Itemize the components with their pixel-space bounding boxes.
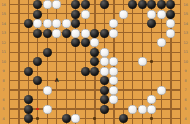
board-intersection[interactable]	[61, 85, 71, 95]
go-board[interactable]: A	[4, 0, 185, 123]
black-stone	[71, 19, 80, 28]
board-intersection[interactable]	[118, 0, 128, 9]
board-intersection[interactable]	[128, 104, 138, 114]
board-intersection[interactable]	[42, 38, 52, 48]
white-stone	[109, 86, 118, 95]
board-intersection[interactable]	[33, 38, 43, 48]
board-intersection[interactable]	[42, 76, 52, 86]
board-intersection[interactable]	[128, 0, 138, 9]
board-intersection[interactable]	[42, 114, 52, 124]
board-intersection[interactable]	[156, 47, 166, 57]
black-stone	[138, 0, 147, 9]
board-intersection[interactable]	[175, 66, 185, 76]
star-point	[150, 60, 152, 62]
board-intersection[interactable]	[4, 104, 14, 114]
board-intersection[interactable]	[52, 114, 62, 124]
board-intersection[interactable]	[4, 95, 14, 105]
board-intersection[interactable]	[118, 76, 128, 86]
board-intersection[interactable]	[156, 104, 166, 114]
board-intersection[interactable]	[42, 66, 52, 76]
board-intersection[interactable]	[118, 104, 128, 114]
board-intersection[interactable]	[90, 66, 100, 76]
board-intersection[interactable]	[42, 28, 52, 38]
board-intersection[interactable]	[137, 114, 147, 124]
board-intersection[interactable]	[71, 47, 81, 57]
board-intersection[interactable]	[128, 47, 138, 57]
board-intersection[interactable]	[52, 95, 62, 105]
board-intersection[interactable]	[99, 66, 109, 76]
board-intersection[interactable]	[166, 76, 176, 86]
board-intersection[interactable]	[23, 85, 33, 95]
board-intersection[interactable]	[90, 114, 100, 124]
board-intersection[interactable]	[109, 104, 119, 114]
board-intersection[interactable]	[71, 104, 81, 114]
board-intersection[interactable]	[42, 57, 52, 67]
black-stone	[81, 0, 90, 9]
board-intersection[interactable]	[61, 66, 71, 76]
board-intersection[interactable]	[90, 28, 100, 38]
white-stone	[147, 95, 156, 104]
board-intersection[interactable]	[147, 104, 157, 114]
board-intersection[interactable]	[99, 47, 109, 57]
board-intersection[interactable]	[109, 66, 119, 76]
board-intersection[interactable]	[109, 95, 119, 105]
board-intersection[interactable]	[61, 47, 71, 57]
black-stone	[62, 29, 71, 38]
board-intersection[interactable]	[175, 47, 185, 57]
board-intersection[interactable]	[118, 47, 128, 57]
board-intersection[interactable]	[99, 104, 109, 114]
white-stone	[147, 105, 156, 114]
board-intersection[interactable]	[109, 47, 119, 57]
board-intersection[interactable]	[156, 85, 166, 95]
board-intersection[interactable]	[166, 9, 176, 19]
board-intersection[interactable]	[137, 38, 147, 48]
board-intersection[interactable]	[52, 19, 62, 29]
board-intersection[interactable]	[71, 114, 81, 124]
board-intersection[interactable]	[137, 9, 147, 19]
black-stone	[100, 95, 109, 104]
board-intersection[interactable]	[42, 0, 52, 9]
board-intersection[interactable]	[128, 85, 138, 95]
board-intersection[interactable]	[90, 76, 100, 86]
board-intersection[interactable]	[109, 76, 119, 86]
board-intersection[interactable]	[166, 38, 176, 48]
white-stone	[81, 29, 90, 38]
board-intersection[interactable]	[14, 76, 24, 86]
board-intersection[interactable]	[61, 104, 71, 114]
black-stone	[166, 10, 175, 19]
board-intersection[interactable]	[33, 0, 43, 9]
board-intersection[interactable]	[14, 66, 24, 76]
board-intersection[interactable]	[156, 114, 166, 124]
black-stone	[119, 114, 128, 123]
white-stone	[119, 10, 128, 19]
white-stone	[109, 95, 118, 104]
white-stone	[157, 10, 166, 19]
board-intersection[interactable]	[4, 57, 14, 67]
board-intersection[interactable]	[166, 0, 176, 9]
board-intersection[interactable]	[23, 19, 33, 29]
black-stone	[166, 0, 175, 9]
board-intersection[interactable]	[33, 85, 43, 95]
board-intersection[interactable]	[4, 0, 14, 9]
black-stone	[81, 38, 90, 47]
board-intersection[interactable]	[175, 57, 185, 67]
board-intersection[interactable]	[4, 114, 14, 124]
board-intersection[interactable]	[99, 0, 109, 9]
board-intersection[interactable]	[147, 19, 157, 29]
board-intersection[interactable]	[80, 47, 90, 57]
board-intersection[interactable]	[52, 66, 62, 76]
board-intersection[interactable]	[14, 28, 24, 38]
board-intersection[interactable]	[175, 9, 185, 19]
board-intersection[interactable]	[99, 95, 109, 105]
board-intersection[interactable]	[80, 95, 90, 105]
board-intersection[interactable]	[99, 114, 109, 124]
white-stone	[157, 38, 166, 47]
board-intersection[interactable]	[99, 85, 109, 95]
white-stone	[109, 67, 118, 76]
board-intersection[interactable]: A	[52, 76, 62, 86]
board-intersection[interactable]	[52, 28, 62, 38]
board-intersection[interactable]	[147, 28, 157, 38]
board-intersection[interactable]	[61, 95, 71, 105]
board-intersection[interactable]	[14, 114, 24, 124]
board-intersection[interactable]	[23, 114, 33, 124]
board-intersection[interactable]	[90, 85, 100, 95]
white-stone	[100, 57, 109, 66]
board-intersection[interactable]	[118, 95, 128, 105]
board-intersection[interactable]	[166, 47, 176, 57]
board-intersection[interactable]	[4, 66, 14, 76]
board-intersection[interactable]	[118, 28, 128, 38]
board-intersection[interactable]	[61, 0, 71, 9]
board-intersection[interactable]	[42, 47, 52, 57]
board-intersection[interactable]	[4, 85, 14, 95]
board-intersection[interactable]	[137, 104, 147, 114]
board-intersection[interactable]	[128, 38, 138, 48]
board-intersection[interactable]	[90, 0, 100, 9]
board-intersection[interactable]	[23, 76, 33, 86]
board-intersection[interactable]	[42, 19, 52, 29]
white-stone	[43, 0, 52, 9]
board-intersection[interactable]	[23, 38, 33, 48]
board-intersection[interactable]	[80, 19, 90, 29]
board-intersection[interactable]	[23, 47, 33, 57]
board-intersection[interactable]	[4, 9, 14, 19]
board-intersection[interactable]	[23, 95, 33, 105]
board-intersection[interactable]	[118, 66, 128, 76]
go-board-screenshot: 16151413121110987654 1615141312111098765…	[0, 0, 190, 124]
board-intersection[interactable]	[42, 104, 52, 114]
board-intersection[interactable]	[61, 114, 71, 124]
board-intersection[interactable]	[156, 76, 166, 86]
board-intersection[interactable]	[80, 38, 90, 48]
board-intersection[interactable]	[14, 47, 24, 57]
board-intersection[interactable]	[52, 38, 62, 48]
board-intersection[interactable]	[156, 57, 166, 67]
board-intersection[interactable]	[4, 19, 14, 29]
board-intersection[interactable]	[109, 19, 119, 29]
board-intersection[interactable]	[61, 38, 71, 48]
board-intersection[interactable]	[80, 76, 90, 86]
board-intersection[interactable]	[33, 66, 43, 76]
board-intersection[interactable]	[80, 66, 90, 76]
board-intersection[interactable]	[90, 95, 100, 105]
board-intersection[interactable]	[33, 104, 43, 114]
board-intersection[interactable]	[4, 38, 14, 48]
board-intersection[interactable]	[166, 19, 176, 29]
board-intersection[interactable]	[23, 66, 33, 76]
board-intersection[interactable]	[33, 76, 43, 86]
board-intersection[interactable]	[14, 0, 24, 9]
board-intersection[interactable]	[52, 57, 62, 67]
board-intersection[interactable]	[99, 9, 109, 19]
board-intersection[interactable]	[80, 85, 90, 95]
board-intersection[interactable]	[33, 47, 43, 57]
board-intersection[interactable]	[147, 9, 157, 19]
board-intersection[interactable]	[118, 85, 128, 95]
board-intersection[interactable]	[147, 114, 157, 124]
board-intersection[interactable]	[128, 28, 138, 38]
board-intersection[interactable]	[14, 9, 24, 19]
white-stone	[109, 19, 118, 28]
black-stone	[90, 29, 99, 38]
black-stone	[100, 0, 109, 9]
board-intersection[interactable]	[118, 114, 128, 124]
board-intersection[interactable]	[156, 19, 166, 29]
board-intersection[interactable]	[42, 95, 52, 105]
board-intersection[interactable]	[128, 66, 138, 76]
board-intersection[interactable]	[71, 38, 81, 48]
board-intersection[interactable]	[109, 38, 119, 48]
board-intersection[interactable]	[80, 104, 90, 114]
board-intersection[interactable]	[128, 114, 138, 124]
board-intersection[interactable]	[166, 85, 176, 95]
board-intersection[interactable]	[109, 57, 119, 67]
white-stone	[138, 57, 147, 66]
board-intersection[interactable]	[90, 47, 100, 57]
board-intersection[interactable]	[156, 28, 166, 38]
board-intersection[interactable]	[156, 66, 166, 76]
black-stone	[147, 19, 156, 28]
board-intersection[interactable]	[175, 38, 185, 48]
board-intersection[interactable]	[23, 104, 33, 114]
board-intersection[interactable]	[147, 95, 157, 105]
star-point	[93, 117, 95, 119]
black-stone	[71, 0, 80, 9]
board-intersection[interactable]	[156, 0, 166, 9]
white-stone	[109, 76, 118, 85]
board-intersection[interactable]	[128, 19, 138, 29]
board-intersection[interactable]	[23, 0, 33, 9]
board-intersection[interactable]	[33, 114, 43, 124]
black-stone	[157, 0, 166, 9]
board-intersection[interactable]	[61, 9, 71, 19]
board-intersection[interactable]	[156, 9, 166, 19]
board-intersection[interactable]	[80, 9, 90, 19]
board-intersection[interactable]	[147, 0, 157, 9]
board-intersection[interactable]	[90, 9, 100, 19]
board-intersection[interactable]	[99, 19, 109, 29]
board-intersection[interactable]	[156, 95, 166, 105]
board-intersection[interactable]	[80, 114, 90, 124]
black-stone	[24, 105, 33, 114]
board-intersection[interactable]	[147, 85, 157, 95]
board-intersection[interactable]	[42, 9, 52, 19]
white-stone	[128, 105, 137, 114]
board-intersection[interactable]	[109, 0, 119, 9]
board-intersection[interactable]	[118, 38, 128, 48]
board-intersection[interactable]	[71, 76, 81, 86]
board-intersection[interactable]	[52, 104, 62, 114]
board-intersection[interactable]	[175, 85, 185, 95]
board-intersection[interactable]	[137, 28, 147, 38]
board-intersection[interactable]	[33, 28, 43, 38]
board-intersection[interactable]	[42, 85, 52, 95]
board-intersection[interactable]	[90, 38, 100, 48]
board-intersection[interactable]	[128, 57, 138, 67]
board-intersection[interactable]	[109, 85, 119, 95]
board-intersection[interactable]	[71, 28, 81, 38]
board-intersection[interactable]	[61, 19, 71, 29]
board-intersection[interactable]	[14, 104, 24, 114]
white-stone	[71, 114, 80, 123]
board-intersection[interactable]	[71, 19, 81, 29]
board-intersection[interactable]	[147, 66, 157, 76]
board-intersection[interactable]	[137, 95, 147, 105]
board-intersection[interactable]	[175, 114, 185, 124]
white-stone	[62, 19, 71, 28]
board-intersection[interactable]	[137, 76, 147, 86]
board-intersection[interactable]	[147, 47, 157, 57]
board-intersection[interactable]	[71, 0, 81, 9]
board-intersection[interactable]	[147, 57, 157, 67]
black-stone	[43, 48, 52, 57]
board-intersection[interactable]	[166, 57, 176, 67]
board-intersection[interactable]	[128, 76, 138, 86]
board-intersection[interactable]	[166, 66, 176, 76]
black-stone	[33, 76, 42, 85]
board-intersection[interactable]	[61, 28, 71, 38]
black-stone	[24, 95, 33, 104]
board-intersection[interactable]	[14, 85, 24, 95]
black-stone	[100, 86, 109, 95]
board-intersection[interactable]	[175, 0, 185, 9]
board-intersection[interactable]	[33, 19, 43, 29]
board-intersection[interactable]	[118, 9, 128, 19]
board-intersection[interactable]	[90, 104, 100, 114]
board-intersection[interactable]	[71, 95, 81, 105]
black-stone	[81, 67, 90, 76]
board-intersection[interactable]	[23, 57, 33, 67]
board-intersection[interactable]	[71, 66, 81, 76]
board-intersection[interactable]	[52, 0, 62, 9]
board-intersection[interactable]	[166, 95, 176, 105]
board-intersection[interactable]	[23, 9, 33, 19]
black-stone	[33, 57, 42, 66]
board-intersection[interactable]	[14, 95, 24, 105]
board-intersection[interactable]	[4, 28, 14, 38]
white-stone	[43, 105, 52, 114]
board-intersection[interactable]	[71, 85, 81, 95]
board-intersection[interactable]	[118, 19, 128, 29]
board-intersection[interactable]	[33, 95, 43, 105]
board-intersection[interactable]	[99, 76, 109, 86]
black-stone	[62, 114, 71, 123]
board-intersection[interactable]	[33, 9, 43, 19]
board-intersection[interactable]	[4, 76, 14, 86]
board-intersection[interactable]	[99, 57, 109, 67]
board-intersection[interactable]	[23, 28, 33, 38]
black-stone	[33, 10, 42, 19]
board-intersection[interactable]	[109, 114, 119, 124]
board-intersection[interactable]	[175, 28, 185, 38]
white-stone	[43, 19, 52, 28]
board-intersection[interactable]	[4, 47, 14, 57]
board-intersection[interactable]	[137, 19, 147, 29]
board-intersection[interactable]	[109, 9, 119, 19]
black-stone	[90, 48, 99, 57]
board-intersection[interactable]	[137, 57, 147, 67]
black-stone	[33, 29, 42, 38]
star-point	[150, 117, 152, 119]
board-intersection[interactable]	[61, 57, 71, 67]
black-stone	[24, 114, 33, 123]
white-stone	[81, 10, 90, 19]
board-intersection[interactable]	[52, 47, 62, 57]
board-intersection[interactable]	[80, 0, 90, 9]
board-intersection[interactable]	[14, 57, 24, 67]
board-intersection[interactable]	[118, 57, 128, 67]
board-intersection[interactable]	[33, 57, 43, 67]
board-intersection[interactable]	[99, 38, 109, 48]
board-intersection[interactable]	[166, 28, 176, 38]
white-stone	[109, 57, 118, 66]
board-intersection[interactable]	[137, 85, 147, 95]
board-intersection[interactable]	[109, 28, 119, 38]
board-intersection[interactable]	[99, 28, 109, 38]
board-intersection[interactable]	[166, 114, 176, 124]
board-intersection[interactable]	[128, 95, 138, 105]
board-intersection[interactable]	[71, 9, 81, 19]
board-intersection[interactable]	[175, 95, 185, 105]
board-intersection[interactable]	[128, 9, 138, 19]
board-intersection[interactable]	[52, 85, 62, 95]
board-intersection[interactable]	[147, 76, 157, 86]
board-intersection[interactable]	[90, 57, 100, 67]
board-intersection[interactable]	[14, 38, 24, 48]
board-intersection[interactable]	[175, 76, 185, 86]
board-intersection[interactable]	[175, 104, 185, 114]
board-intersection[interactable]	[137, 66, 147, 76]
board-intersection[interactable]	[80, 57, 90, 67]
board-intersection[interactable]	[147, 38, 157, 48]
board-intersection[interactable]	[14, 19, 24, 29]
board-intersection[interactable]	[137, 0, 147, 9]
board-intersection[interactable]	[166, 104, 176, 114]
board-intersection[interactable]	[61, 76, 71, 86]
board-intersection[interactable]	[80, 28, 90, 38]
board-intersection[interactable]	[175, 19, 185, 29]
board-intersection[interactable]	[156, 38, 166, 48]
board-intersection[interactable]	[90, 19, 100, 29]
board-intersection[interactable]	[71, 57, 81, 67]
board-intersection[interactable]	[137, 47, 147, 57]
white-stone	[109, 29, 118, 38]
board-intersection[interactable]	[52, 9, 62, 19]
